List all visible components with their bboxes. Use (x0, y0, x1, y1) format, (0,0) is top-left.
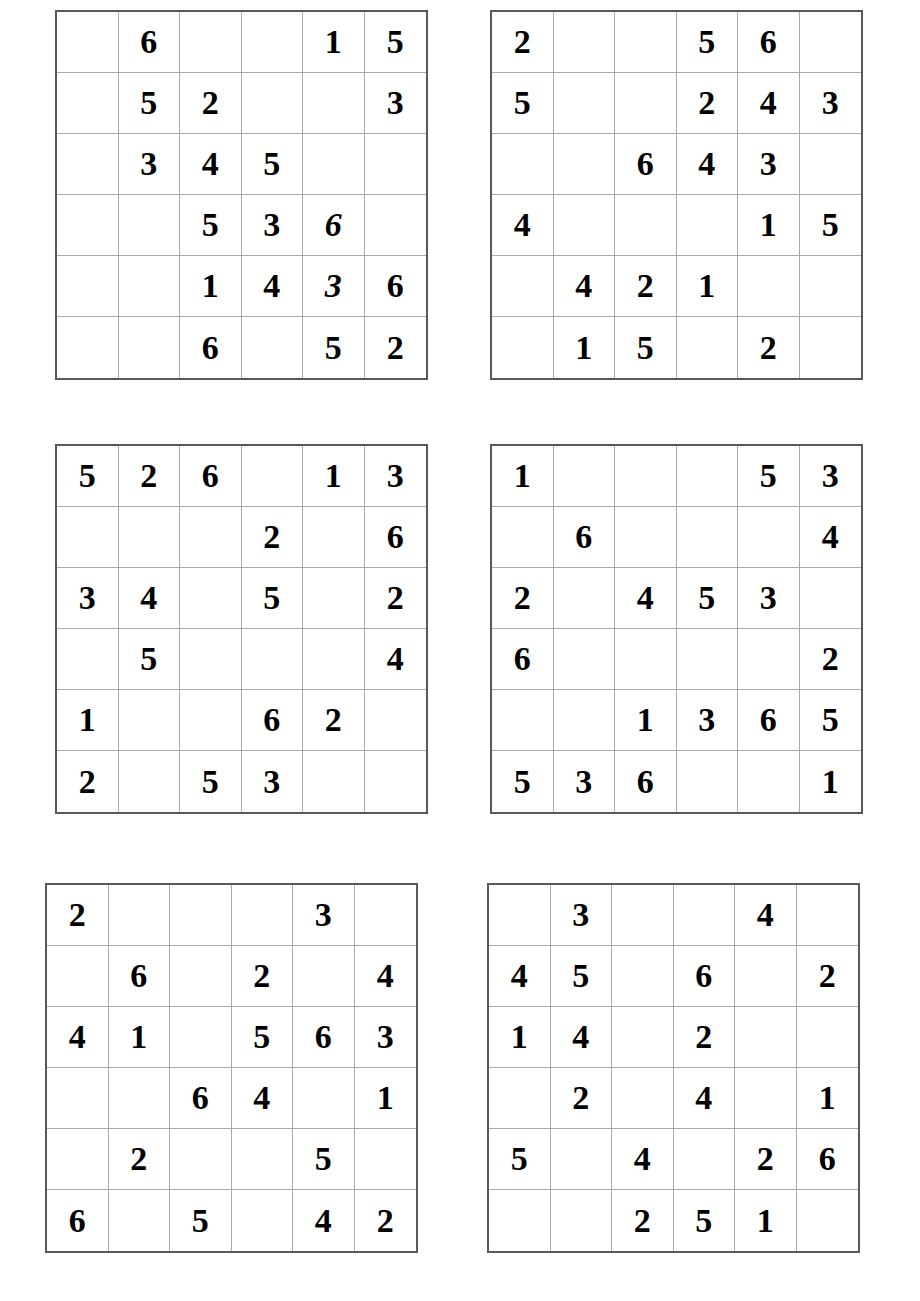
cell-r1c5: 3 (293, 885, 355, 946)
cell-r1c4 (677, 446, 739, 507)
cell-r2c6: 6 (365, 507, 427, 568)
cell-r2c6: 2 (797, 946, 859, 1007)
cell-r3c1 (57, 134, 119, 195)
cell-r4c5 (738, 629, 800, 690)
cell-r5c3: 1 (615, 690, 677, 751)
cell-r3c3: 4 (615, 568, 677, 629)
cell-r6c1 (492, 317, 554, 378)
cell-r4c4: 4 (674, 1068, 736, 1129)
cell-r1c4 (232, 885, 294, 946)
cell-r3c4: 5 (232, 1007, 294, 1068)
cell-r3c1 (492, 134, 554, 195)
sudoku-grid-6: 3445621422415426251 (487, 883, 860, 1253)
cell-r6c2 (109, 1190, 171, 1251)
cell-r4c3: 6 (170, 1068, 232, 1129)
cell-r1c6: 3 (800, 446, 862, 507)
cell-r3c5: 6 (293, 1007, 355, 1068)
cell-r6c3: 5 (180, 751, 242, 812)
cell-r5c4: 6 (242, 690, 304, 751)
cell-r1c2 (554, 12, 616, 73)
cell-r2c3: 2 (180, 73, 242, 134)
cell-r3c3 (180, 568, 242, 629)
cell-r2c5 (293, 946, 355, 1007)
cell-r5c6: 6 (797, 1129, 859, 1190)
cell-r2c3 (180, 507, 242, 568)
cell-r1c5: 6 (738, 12, 800, 73)
cell-r1c4 (242, 12, 304, 73)
cell-r5c5 (738, 256, 800, 317)
cell-r3c1: 1 (489, 1007, 551, 1068)
cell-r6c6 (797, 1190, 859, 1251)
cell-r5c1 (47, 1129, 109, 1190)
cell-r2c3 (612, 946, 674, 1007)
cell-r6c5: 5 (303, 317, 365, 378)
cell-r3c5 (303, 134, 365, 195)
cell-r6c5: 1 (735, 1190, 797, 1251)
cell-r5c2 (551, 1129, 613, 1190)
cell-r3c2: 4 (119, 568, 181, 629)
cell-r6c2 (119, 317, 181, 378)
cell-r2c4: 6 (674, 946, 736, 1007)
cell-r4c2 (554, 195, 616, 256)
cell-r3c1: 3 (57, 568, 119, 629)
cell-r4c5 (303, 629, 365, 690)
cell-r1c6: 5 (365, 12, 427, 73)
cell-r5c6 (365, 690, 427, 751)
cell-r4c6: 1 (355, 1068, 417, 1129)
cell-r3c2 (554, 568, 616, 629)
cell-r3c5 (735, 1007, 797, 1068)
cell-r3c3: 4 (180, 134, 242, 195)
cell-r4c3 (180, 629, 242, 690)
cell-r3c3 (170, 1007, 232, 1068)
cell-r6c5: 4 (293, 1190, 355, 1251)
cell-r2c1 (492, 507, 554, 568)
cell-r4c1 (57, 195, 119, 256)
cell-r4c4 (677, 629, 739, 690)
cell-r5c6: 5 (800, 690, 862, 751)
cell-r3c5 (303, 568, 365, 629)
cell-r5c2: 4 (554, 256, 616, 317)
cell-r5c1 (57, 256, 119, 317)
cell-r1c2: 6 (119, 12, 181, 73)
cell-r5c3 (170, 1129, 232, 1190)
cell-r2c3 (615, 507, 677, 568)
cell-r2c2: 5 (551, 946, 613, 1007)
cell-r6c3: 2 (612, 1190, 674, 1251)
cell-r6c3: 6 (615, 751, 677, 812)
cell-r2c6: 4 (355, 946, 417, 1007)
cell-r1c1: 2 (47, 885, 109, 946)
cell-r1c5: 4 (735, 885, 797, 946)
cell-r4c1 (57, 629, 119, 690)
cell-r1c3: 6 (180, 446, 242, 507)
cell-r5c2 (119, 256, 181, 317)
cell-r3c2: 3 (119, 134, 181, 195)
cell-r2c4 (677, 507, 739, 568)
cell-r2c2: 6 (109, 946, 171, 1007)
cell-r1c5: 5 (738, 446, 800, 507)
cell-r5c1 (492, 690, 554, 751)
cell-r6c6: 1 (800, 751, 862, 812)
cell-r5c5: 6 (738, 690, 800, 751)
cell-r4c4: 4 (232, 1068, 294, 1129)
cell-r2c3 (170, 946, 232, 1007)
cell-r4c1 (489, 1068, 551, 1129)
sudoku-grid-1: 6155233455361436652 (55, 10, 428, 380)
sudoku-grid-3: 5261326345254162253 (55, 444, 428, 814)
cell-r6c5 (303, 751, 365, 812)
cell-r5c3: 4 (612, 1129, 674, 1190)
cell-r3c4: 5 (677, 568, 739, 629)
cell-r3c2: 1 (109, 1007, 171, 1068)
cell-r3c5: 3 (738, 134, 800, 195)
cell-r2c5 (738, 507, 800, 568)
cell-r2c2: 5 (119, 73, 181, 134)
cell-r4c5: 1 (738, 195, 800, 256)
cell-r5c5: 3 (303, 256, 365, 317)
cell-r1c3 (170, 885, 232, 946)
cell-r6c4 (242, 317, 304, 378)
cell-r5c5: 5 (293, 1129, 355, 1190)
cell-r1c3 (615, 446, 677, 507)
cell-r2c4: 2 (232, 946, 294, 1007)
cell-r3c4: 5 (242, 134, 304, 195)
cell-r4c3 (615, 629, 677, 690)
cell-r6c4: 3 (242, 751, 304, 812)
cell-r6c6: 2 (365, 317, 427, 378)
cell-r5c6 (355, 1129, 417, 1190)
cell-r5c2 (119, 690, 181, 751)
cell-r2c4 (242, 73, 304, 134)
cell-r6c6: 2 (355, 1190, 417, 1251)
cell-r3c6 (800, 134, 862, 195)
cell-r3c1: 4 (47, 1007, 109, 1068)
cell-r2c1 (47, 946, 109, 1007)
cell-r6c5 (738, 751, 800, 812)
cell-r2c5: 4 (738, 73, 800, 134)
cell-r4c4 (677, 195, 739, 256)
cell-r2c2 (554, 73, 616, 134)
cell-r1c6 (355, 885, 417, 946)
cell-r2c1: 5 (492, 73, 554, 134)
cell-r3c2 (554, 134, 616, 195)
cell-r5c3 (180, 690, 242, 751)
cell-r4c3: 5 (180, 195, 242, 256)
cell-r4c6: 5 (800, 195, 862, 256)
cell-r6c2: 3 (554, 751, 616, 812)
cell-r4c6: 1 (797, 1068, 859, 1129)
cell-r6c4 (677, 751, 739, 812)
cell-r2c4: 2 (677, 73, 739, 134)
cell-r5c4 (674, 1129, 736, 1190)
cell-r5c5: 2 (303, 690, 365, 751)
cell-r3c2: 4 (551, 1007, 613, 1068)
cell-r1c2 (109, 885, 171, 946)
cell-r6c5: 2 (738, 317, 800, 378)
cell-r1c1 (489, 885, 551, 946)
cell-r3c6: 2 (365, 568, 427, 629)
cell-r4c6: 2 (800, 629, 862, 690)
cell-r6c4 (232, 1190, 294, 1251)
cell-r3c4: 2 (674, 1007, 736, 1068)
cell-r6c3: 5 (615, 317, 677, 378)
cell-r4c2: 5 (119, 629, 181, 690)
cell-r6c1: 2 (57, 751, 119, 812)
cell-r5c2 (554, 690, 616, 751)
cell-r4c6 (365, 195, 427, 256)
worksheet-page: 6155233455361436652 2565243643415421152 … (0, 0, 920, 1301)
cell-r5c3: 2 (615, 256, 677, 317)
cell-r3c6 (800, 568, 862, 629)
cell-r2c6: 4 (800, 507, 862, 568)
cell-r1c2: 2 (119, 446, 181, 507)
cell-r5c1: 1 (57, 690, 119, 751)
cell-r4c2 (554, 629, 616, 690)
cell-r1c5: 1 (303, 12, 365, 73)
cell-r5c2: 2 (109, 1129, 171, 1190)
cell-r3c3: 6 (615, 134, 677, 195)
cell-r1c3 (612, 885, 674, 946)
cell-r2c3 (615, 73, 677, 134)
cell-r6c1: 5 (492, 751, 554, 812)
cell-r2c5 (303, 73, 365, 134)
cell-r5c4: 4 (242, 256, 304, 317)
cell-r2c5 (303, 507, 365, 568)
cell-r1c3 (615, 12, 677, 73)
cell-r2c1: 4 (489, 946, 551, 1007)
cell-r6c1: 6 (47, 1190, 109, 1251)
cell-r5c4: 3 (677, 690, 739, 751)
cell-r4c5: 6 (303, 195, 365, 256)
cell-r4c3 (612, 1068, 674, 1129)
cell-r5c6: 6 (365, 256, 427, 317)
cell-r6c3: 5 (170, 1190, 232, 1251)
cell-r4c1: 4 (492, 195, 554, 256)
cell-r4c3 (615, 195, 677, 256)
cell-r4c2 (109, 1068, 171, 1129)
cell-r3c5: 3 (738, 568, 800, 629)
cell-r1c4 (242, 446, 304, 507)
cell-r5c4 (232, 1129, 294, 1190)
cell-r5c4: 1 (677, 256, 739, 317)
cell-r6c2 (551, 1190, 613, 1251)
cell-r2c2 (119, 507, 181, 568)
cell-r4c1 (47, 1068, 109, 1129)
cell-r1c1: 5 (57, 446, 119, 507)
cell-r1c6: 3 (365, 446, 427, 507)
cell-r3c4: 4 (677, 134, 739, 195)
cell-r1c4 (674, 885, 736, 946)
sudoku-grid-2: 2565243643415421152 (490, 10, 863, 380)
cell-r2c6: 3 (365, 73, 427, 134)
cell-r2c2: 6 (554, 507, 616, 568)
cell-r2c6: 3 (800, 73, 862, 134)
cell-r4c5 (735, 1068, 797, 1129)
cell-r5c6 (800, 256, 862, 317)
cell-r4c4: 3 (242, 195, 304, 256)
cell-r5c1: 5 (489, 1129, 551, 1190)
cell-r1c1: 2 (492, 12, 554, 73)
cell-r6c6 (800, 317, 862, 378)
cell-r4c5 (293, 1068, 355, 1129)
cell-r1c1 (57, 12, 119, 73)
cell-r2c1 (57, 507, 119, 568)
cell-r5c3: 1 (180, 256, 242, 317)
cell-r6c2: 1 (554, 317, 616, 378)
cell-r4c6: 4 (365, 629, 427, 690)
cell-r1c6 (800, 12, 862, 73)
cell-r2c5 (735, 946, 797, 1007)
cell-r4c4 (242, 629, 304, 690)
cell-r4c2 (119, 195, 181, 256)
cell-r1c2 (554, 446, 616, 507)
cell-r6c3: 6 (180, 317, 242, 378)
cell-r1c1: 1 (492, 446, 554, 507)
cell-r6c6 (365, 751, 427, 812)
cell-r6c2 (119, 751, 181, 812)
cell-r1c3 (180, 12, 242, 73)
cell-r2c4: 2 (242, 507, 304, 568)
sudoku-grid-5: 2362441563641256542 (45, 883, 418, 1253)
cell-r3c6 (365, 134, 427, 195)
cell-r3c4: 5 (242, 568, 304, 629)
cell-r5c1 (492, 256, 554, 317)
cell-r1c6 (797, 885, 859, 946)
cell-r5c5: 2 (735, 1129, 797, 1190)
cell-r2c1 (57, 73, 119, 134)
cell-r6c1 (57, 317, 119, 378)
cell-r4c1: 6 (492, 629, 554, 690)
cell-r3c3 (612, 1007, 674, 1068)
cell-r3c6 (797, 1007, 859, 1068)
cell-r3c1: 2 (492, 568, 554, 629)
cell-r1c5: 1 (303, 446, 365, 507)
cell-r6c1 (489, 1190, 551, 1251)
cell-r4c2: 2 (551, 1068, 613, 1129)
sudoku-grid-4: 1536424536213655361 (490, 444, 863, 814)
cell-r6c4 (677, 317, 739, 378)
cell-r1c2: 3 (551, 885, 613, 946)
cell-r1c4: 5 (677, 12, 739, 73)
cell-r3c6: 3 (355, 1007, 417, 1068)
cell-r6c4: 5 (674, 1190, 736, 1251)
